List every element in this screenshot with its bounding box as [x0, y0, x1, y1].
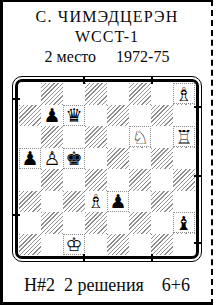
years: 1972-75: [116, 47, 169, 67]
square-f3: [129, 191, 151, 213]
black-king: ♚: [63, 148, 84, 169]
black-pawn: ♟: [43, 105, 60, 125]
square-h5: [173, 148, 195, 170]
square-h3: [173, 191, 195, 213]
square-d8: [85, 83, 107, 105]
white-king: ♔: [63, 234, 84, 255]
square-e8: [107, 83, 129, 105]
frame-tick: [194, 242, 202, 244]
square-e6: [107, 126, 129, 148]
square-g2: [151, 212, 173, 234]
square-h2: ♝: [173, 212, 195, 234]
square-c5: ♚: [63, 148, 85, 170]
square-b5: ♙: [41, 148, 63, 170]
black-pawn: ♟: [19, 148, 40, 169]
square-h6: ♖: [173, 126, 195, 148]
square-e5: [107, 148, 129, 170]
square-g6: [151, 126, 173, 148]
square-e2: [107, 212, 129, 234]
square-d2: [85, 212, 107, 234]
square-g8: [151, 83, 173, 105]
square-b7: ♟: [41, 105, 63, 127]
square-c2: [63, 212, 85, 234]
square-e7: [107, 105, 129, 127]
square-c3: [63, 191, 85, 213]
white-bishop: ♗: [87, 191, 104, 211]
tourney-name: WCCT-1: [3, 27, 211, 47]
frame-tick: [194, 175, 202, 177]
square-d6: [85, 126, 107, 148]
square-d1: [85, 234, 107, 256]
square-h7: [173, 105, 195, 127]
stipulation-line: H#2 2 решения 6+6: [3, 275, 211, 296]
square-d3: ♗: [85, 191, 107, 213]
square-a2: [19, 212, 41, 234]
black-pawn: ♟: [107, 191, 128, 212]
stipulation: H#2: [24, 275, 55, 296]
square-d7: [85, 105, 107, 127]
square-f5: [129, 148, 151, 170]
square-c7: ♛: [63, 105, 85, 127]
solutions-count: 2 решения: [64, 275, 144, 296]
square-f6: ♘: [129, 126, 151, 148]
square-h1: [173, 234, 195, 256]
black-queen: ♛: [63, 105, 84, 126]
square-a5: ♟: [19, 148, 41, 170]
square-e1: [107, 234, 129, 256]
square-a6: [19, 126, 41, 148]
square-f4: [129, 169, 151, 191]
white-rook: ♖: [173, 126, 194, 147]
square-b3: [41, 191, 63, 213]
square-g4: [151, 169, 173, 191]
square-a7: [19, 105, 41, 127]
author-name: С. ЧИМЭДЦЕРЭН: [3, 7, 211, 27]
white-bishop: ♗: [173, 83, 194, 104]
square-e4: [107, 169, 129, 191]
square-f7: [129, 105, 151, 127]
square-b2: [41, 212, 63, 234]
frame-tick: [83, 76, 85, 84]
square-g5: [151, 148, 173, 170]
square-e3: ♟: [107, 191, 129, 213]
square-c1: ♔: [63, 234, 85, 256]
frame-tick: [83, 254, 85, 262]
board-grid: ♗♟♛♘♖♟♙♚♗♟♝♔: [19, 83, 195, 255]
material-count: 6+6: [162, 275, 190, 296]
header: С. ЧИМЭДЦЕРЭН WCCT-1 2 место 1972-75: [3, 7, 211, 67]
cut-line: [211, 0, 213, 305]
placement: 2 место: [45, 47, 97, 67]
white-knight: ♘: [129, 126, 150, 147]
square-d4: [85, 169, 107, 191]
white-pawn: ♙: [43, 148, 60, 168]
chess-board: ♗♟♛♘♖♟♙♚♗♟♝♔: [12, 76, 202, 262]
square-a3: [19, 191, 41, 213]
square-g7: [151, 105, 173, 127]
black-bishop: ♝: [173, 212, 194, 233]
board-inner-frame: ♗♟♛♘♖♟♙♚♗♟♝♔: [15, 79, 199, 259]
square-c8: [63, 83, 85, 105]
square-h8: ♗: [173, 83, 195, 105]
square-g1: [151, 234, 173, 256]
square-f8: [129, 83, 151, 105]
square-b4: [41, 169, 63, 191]
problem-card: С. ЧИМЭДЦЕРЭН WCCT-1 2 место 1972-75 ♗♟♛…: [0, 0, 211, 305]
square-c6: [63, 126, 85, 148]
award-line: 2 место 1972-75: [3, 47, 211, 67]
square-b6: [41, 126, 63, 148]
frame-tick: [151, 254, 153, 262]
square-a1: [19, 234, 41, 256]
square-d5: [85, 148, 107, 170]
frame-tick: [12, 98, 20, 100]
square-a8: [19, 83, 41, 105]
square-c4: [63, 169, 85, 191]
frame-tick: [12, 214, 20, 216]
square-a4: [19, 169, 41, 191]
square-h4: [173, 169, 195, 191]
frame-tick: [151, 76, 153, 84]
square-b8: [41, 83, 63, 105]
square-f2: [129, 212, 151, 234]
board-frame: ♗♟♛♘♖♟♙♚♗♟♝♔: [12, 76, 202, 262]
square-g3: [151, 191, 173, 213]
frame-tick: [194, 106, 202, 108]
square-f1: [129, 234, 151, 256]
square-b1: [41, 234, 63, 256]
